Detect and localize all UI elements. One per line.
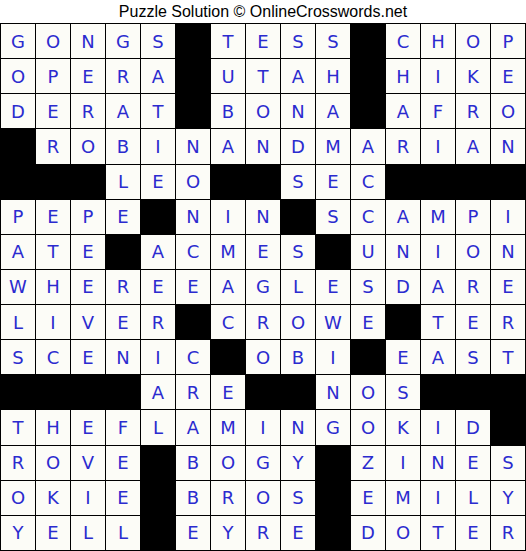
- cell-r1c15: P: [491, 24, 525, 58]
- block-r5c14: [456, 165, 490, 199]
- cell-r14c9: S: [281, 481, 315, 515]
- cell-r13c7: O: [211, 446, 245, 480]
- cell-r4c11: A: [351, 129, 385, 163]
- cell-r7c14: O: [456, 235, 490, 269]
- cell-r11c6: R: [176, 375, 210, 409]
- cell-r13c1: R: [1, 446, 35, 480]
- cell-r2c7: U: [211, 59, 245, 93]
- cell-r9c9: O: [281, 305, 315, 339]
- block-r3c11: [351, 94, 385, 128]
- cell-r9c10: W: [316, 305, 350, 339]
- cell-r6c2: E: [36, 200, 70, 234]
- cell-r10c13: A: [421, 340, 455, 374]
- cell-r8c6: E: [176, 270, 210, 304]
- cell-r4c7: A: [211, 129, 245, 163]
- cell-r10c10: I: [316, 340, 350, 374]
- cell-r2c3: E: [71, 59, 105, 93]
- block-r1c6: [176, 24, 210, 58]
- block-r11c14: [456, 375, 490, 409]
- cell-r6c10: S: [316, 200, 350, 234]
- cell-r13c2: O: [36, 446, 70, 480]
- block-r10c7: [211, 340, 245, 374]
- cell-r10c9: B: [281, 340, 315, 374]
- block-r11c8: [246, 375, 280, 409]
- cell-r13c8: G: [246, 446, 280, 480]
- cell-r9c15: R: [491, 305, 525, 339]
- cell-r9c7: C: [211, 305, 245, 339]
- cell-r2c12: H: [386, 59, 420, 93]
- cell-r7c12: N: [386, 235, 420, 269]
- block-r11c2: [36, 375, 70, 409]
- cell-r8c7: A: [211, 270, 245, 304]
- cell-r7c1: A: [1, 235, 35, 269]
- cell-r13c6: B: [176, 446, 210, 480]
- cell-r7c7: M: [211, 235, 245, 269]
- cell-r6c12: A: [386, 200, 420, 234]
- block-r14c5: [141, 481, 175, 515]
- block-r9c12: [386, 305, 420, 339]
- block-r5c1: [1, 165, 35, 199]
- cell-r14c3: I: [71, 481, 105, 515]
- cell-r8c13: A: [421, 270, 455, 304]
- cell-r13c11: Z: [351, 446, 385, 480]
- cell-r6c4: E: [106, 200, 140, 234]
- cell-r11c10: N: [316, 375, 350, 409]
- cell-r6c15: I: [491, 200, 525, 234]
- block-r11c3: [71, 375, 105, 409]
- cell-r12c8: I: [246, 410, 280, 444]
- cell-r15c7: Y: [211, 516, 245, 550]
- block-r5c8: [246, 165, 280, 199]
- cell-r10c3: E: [71, 340, 105, 374]
- cell-r8c1: W: [1, 270, 35, 304]
- cell-r15c15: R: [491, 516, 525, 550]
- cell-r12c9: N: [281, 410, 315, 444]
- cell-r8c11: S: [351, 270, 385, 304]
- cell-r14c14: L: [456, 481, 490, 515]
- cell-r7c11: U: [351, 235, 385, 269]
- cell-r9c8: R: [246, 305, 280, 339]
- cell-r14c7: R: [211, 481, 245, 515]
- cell-r3c13: F: [421, 94, 455, 128]
- cell-r3c3: R: [71, 94, 105, 128]
- cell-r14c11: E: [351, 481, 385, 515]
- cell-r6c14: P: [456, 200, 490, 234]
- cell-r7c3: E: [71, 235, 105, 269]
- cell-r14c8: O: [246, 481, 280, 515]
- cell-r1c1: G: [1, 24, 35, 58]
- block-r7c4: [106, 235, 140, 269]
- cell-r10c5: I: [141, 340, 175, 374]
- cell-r8c4: R: [106, 270, 140, 304]
- cell-r2c1: O: [1, 59, 35, 93]
- cell-r11c11: O: [351, 375, 385, 409]
- cell-r1c7: T: [211, 24, 245, 58]
- cell-r9c3: V: [71, 305, 105, 339]
- cell-r4c2: R: [36, 129, 70, 163]
- cell-r2c9: A: [281, 59, 315, 93]
- cell-r10c8: O: [246, 340, 280, 374]
- cell-r6c8: N: [246, 200, 280, 234]
- cell-r4c4: B: [106, 129, 140, 163]
- cell-r15c14: E: [456, 516, 490, 550]
- cell-r6c6: N: [176, 200, 210, 234]
- cell-r8c2: H: [36, 270, 70, 304]
- cell-r15c12: O: [386, 516, 420, 550]
- cell-r3c10: A: [316, 94, 350, 128]
- block-r3c6: [176, 94, 210, 128]
- cell-r3c2: E: [36, 94, 70, 128]
- cell-r3c15: O: [491, 94, 525, 128]
- cell-r7c13: I: [421, 235, 455, 269]
- cell-r7c9: S: [281, 235, 315, 269]
- cell-r1c3: N: [71, 24, 105, 58]
- cell-r1c10: S: [316, 24, 350, 58]
- cell-r12c6: A: [176, 410, 210, 444]
- cell-r14c2: K: [36, 481, 70, 515]
- crossword-grid: GONGSTESSCHOPOPERAUTAHHIKEDERATBONAAFROR…: [0, 23, 526, 551]
- cell-r3c7: B: [211, 94, 245, 128]
- cell-r7c8: E: [246, 235, 280, 269]
- cell-r6c1: P: [1, 200, 35, 234]
- cell-r8c15: E: [491, 270, 525, 304]
- cell-r2c5: A: [141, 59, 175, 93]
- cell-r12c11: O: [351, 410, 385, 444]
- cell-r12c5: L: [141, 410, 175, 444]
- cell-r14c12: M: [386, 481, 420, 515]
- block-r10c11: [351, 340, 385, 374]
- cell-r2c13: I: [421, 59, 455, 93]
- cell-r5c9: S: [281, 165, 315, 199]
- cell-r10c1: S: [1, 340, 35, 374]
- cell-r15c4: L: [106, 516, 140, 550]
- cell-r10c2: C: [36, 340, 70, 374]
- cell-r15c2: E: [36, 516, 70, 550]
- block-r5c12: [386, 165, 420, 199]
- cell-r13c3: V: [71, 446, 105, 480]
- cell-r11c5: A: [141, 375, 175, 409]
- cell-r5c10: E: [316, 165, 350, 199]
- block-r11c1: [1, 375, 35, 409]
- cell-r1c9: S: [281, 24, 315, 58]
- cell-r14c4: E: [106, 481, 140, 515]
- cell-r10c4: N: [106, 340, 140, 374]
- cell-r15c6: E: [176, 516, 210, 550]
- block-r5c2: [36, 165, 70, 199]
- block-r6c5: [141, 200, 175, 234]
- cell-r10c14: S: [456, 340, 490, 374]
- cell-r6c7: I: [211, 200, 245, 234]
- cell-r2c15: E: [491, 59, 525, 93]
- block-r4c1: [1, 129, 35, 163]
- cell-r4c10: M: [316, 129, 350, 163]
- cell-r4c6: N: [176, 129, 210, 163]
- block-r5c15: [491, 165, 525, 199]
- cell-r11c7: E: [211, 375, 245, 409]
- cell-r6c11: C: [351, 200, 385, 234]
- cell-r12c13: I: [421, 410, 455, 444]
- cell-r1c8: E: [246, 24, 280, 58]
- cell-r13c4: E: [106, 446, 140, 480]
- block-r14c10: [316, 481, 350, 515]
- cell-r12c2: H: [36, 410, 70, 444]
- block-r9c6: [176, 305, 210, 339]
- cell-r7c2: T: [36, 235, 70, 269]
- cell-r13c9: Y: [281, 446, 315, 480]
- cell-r4c8: N: [246, 129, 280, 163]
- cell-r6c13: M: [421, 200, 455, 234]
- cell-r3c12: A: [386, 94, 420, 128]
- cell-r7c6: C: [176, 235, 210, 269]
- cell-r2c8: T: [246, 59, 280, 93]
- cell-r12c10: G: [316, 410, 350, 444]
- block-r13c5: [141, 446, 175, 480]
- cell-r5c6: O: [176, 165, 210, 199]
- cell-r9c14: E: [456, 305, 490, 339]
- cell-r4c13: I: [421, 129, 455, 163]
- cell-r8c3: E: [71, 270, 105, 304]
- cell-r11c12: S: [386, 375, 420, 409]
- cell-r10c15: T: [491, 340, 525, 374]
- cell-r14c1: O: [1, 481, 35, 515]
- cell-r2c4: R: [106, 59, 140, 93]
- cell-r3c1: D: [1, 94, 35, 128]
- cell-r9c13: T: [421, 305, 455, 339]
- block-r11c15: [491, 375, 525, 409]
- cell-r12c12: K: [386, 410, 420, 444]
- puzzle-solution-page: Puzzle Solution © OnlineCrosswords.net G…: [0, 0, 526, 551]
- cell-r15c8: R: [246, 516, 280, 550]
- block-r5c3: [71, 165, 105, 199]
- cell-r15c11: D: [351, 516, 385, 550]
- cell-r1c14: O: [456, 24, 490, 58]
- cell-r2c14: K: [456, 59, 490, 93]
- cell-r7c5: A: [141, 235, 175, 269]
- cell-r4c3: O: [71, 129, 105, 163]
- cell-r14c6: B: [176, 481, 210, 515]
- cell-r4c14: A: [456, 129, 490, 163]
- cell-r3c4: A: [106, 94, 140, 128]
- block-r11c4: [106, 375, 140, 409]
- page-title: Puzzle Solution © OnlineCrosswords.net: [0, 0, 526, 23]
- cell-r9c4: E: [106, 305, 140, 339]
- cell-r12c1: T: [1, 410, 35, 444]
- cell-r10c6: C: [176, 340, 210, 374]
- cell-r1c4: G: [106, 24, 140, 58]
- cell-r15c1: Y: [1, 516, 35, 550]
- cell-r14c13: I: [421, 481, 455, 515]
- cell-r5c4: L: [106, 165, 140, 199]
- cell-r2c2: P: [36, 59, 70, 93]
- cell-r4c9: D: [281, 129, 315, 163]
- block-r7c10: [316, 235, 350, 269]
- block-r5c13: [421, 165, 455, 199]
- cell-r10c12: E: [386, 340, 420, 374]
- block-r2c6: [176, 59, 210, 93]
- block-r5c7: [211, 165, 245, 199]
- cell-r14c15: Y: [491, 481, 525, 515]
- cell-r13c13: N: [421, 446, 455, 480]
- cell-r12c7: M: [211, 410, 245, 444]
- cell-r13c15: S: [491, 446, 525, 480]
- cell-r3c8: O: [246, 94, 280, 128]
- cell-r7c15: N: [491, 235, 525, 269]
- block-r11c13: [421, 375, 455, 409]
- block-r2c11: [351, 59, 385, 93]
- cell-r15c3: L: [71, 516, 105, 550]
- cell-r13c12: I: [386, 446, 420, 480]
- block-r15c10: [316, 516, 350, 550]
- cell-r15c13: T: [421, 516, 455, 550]
- cell-r1c13: H: [421, 24, 455, 58]
- cell-r8c8: G: [246, 270, 280, 304]
- cell-r12c14: D: [456, 410, 490, 444]
- cell-r8c5: E: [141, 270, 175, 304]
- block-r1c11: [351, 24, 385, 58]
- cell-r6c3: P: [71, 200, 105, 234]
- cell-r12c3: E: [71, 410, 105, 444]
- cell-r3c14: R: [456, 94, 490, 128]
- cell-r4c5: I: [141, 129, 175, 163]
- block-r13c10: [316, 446, 350, 480]
- cell-r8c10: E: [316, 270, 350, 304]
- cell-r1c2: O: [36, 24, 70, 58]
- block-r15c5: [141, 516, 175, 550]
- block-r11c9: [281, 375, 315, 409]
- cell-r9c2: I: [36, 305, 70, 339]
- cell-r5c11: C: [351, 165, 385, 199]
- cell-r15c9: E: [281, 516, 315, 550]
- cell-r3c9: N: [281, 94, 315, 128]
- cell-r4c15: N: [491, 129, 525, 163]
- cell-r3c5: T: [141, 94, 175, 128]
- cell-r13c14: E: [456, 446, 490, 480]
- cell-r2c10: H: [316, 59, 350, 93]
- block-r6c9: [281, 200, 315, 234]
- cell-r1c5: S: [141, 24, 175, 58]
- cell-r4c12: R: [386, 129, 420, 163]
- cell-r8c9: L: [281, 270, 315, 304]
- block-r12c15: [491, 410, 525, 444]
- cell-r5c5: E: [141, 165, 175, 199]
- cell-r9c5: R: [141, 305, 175, 339]
- cell-r8c12: D: [386, 270, 420, 304]
- cell-r9c11: E: [351, 305, 385, 339]
- cell-r9c1: L: [1, 305, 35, 339]
- cell-r12c4: F: [106, 410, 140, 444]
- cell-r8c14: R: [456, 270, 490, 304]
- cell-r1c12: C: [386, 24, 420, 58]
